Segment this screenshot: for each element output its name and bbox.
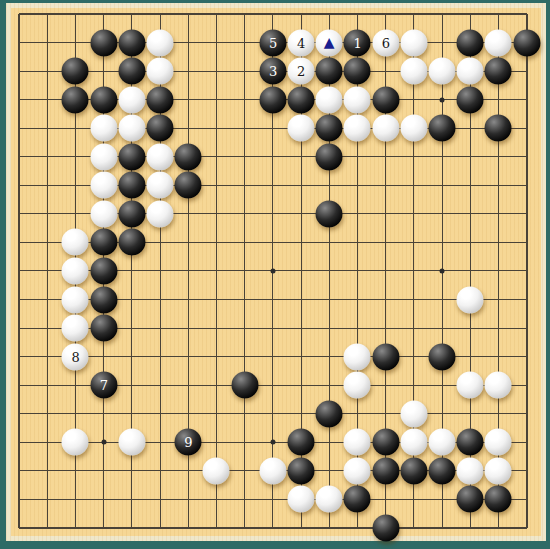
white-stone-12-16 (344, 457, 371, 484)
black-stone-4-7 (118, 200, 145, 227)
white-stone-5-5 (147, 143, 174, 170)
star-point (270, 440, 275, 445)
black-stone-6-6 (175, 172, 202, 199)
white-stone-12-15 (344, 429, 371, 456)
black-stone-17-17 (485, 486, 512, 513)
white-stone-15-2 (429, 58, 456, 85)
white-stone-17-15 (485, 429, 512, 456)
black-stone-4-8 (118, 229, 145, 256)
white-stone-3-5 (90, 143, 117, 170)
go-board[interactable]: 54▲1632879 (6, 3, 546, 541)
black-stone-16-3 (457, 86, 484, 113)
white-stone-12-3 (344, 86, 371, 113)
white-stone-14-2 (400, 58, 427, 85)
white-stone-16-16 (457, 457, 484, 484)
black-stone-15-12 (429, 343, 456, 370)
white-stone-2-15 (62, 429, 89, 456)
black-stone-18-1 (513, 29, 540, 56)
black-stone-13-15 (372, 429, 399, 456)
white-stone-17-16 (485, 457, 512, 484)
white-stone-17-13 (485, 372, 512, 399)
black-stone-5-3 (147, 86, 174, 113)
black-stone-15-4 (429, 115, 456, 142)
black-stone-10-15 (288, 429, 315, 456)
white-stone-5-2 (147, 58, 174, 85)
white-stone-2-11 (62, 315, 89, 342)
white-stone-2-12: 8 (62, 343, 89, 370)
black-stone-16-15 (457, 429, 484, 456)
move-number-label: 1 (354, 36, 362, 49)
white-stone-3-7 (90, 200, 117, 227)
move-number-label: 2 (297, 65, 305, 78)
black-stone-17-2 (485, 58, 512, 85)
black-stone-8-13 (231, 372, 258, 399)
black-stone-13-18 (372, 514, 399, 541)
black-stone-12-1: 1 (344, 29, 371, 56)
white-stone-15-15 (429, 429, 456, 456)
move-number-label: 3 (269, 65, 277, 78)
black-stone-11-5 (316, 143, 343, 170)
white-stone-12-4 (344, 115, 371, 142)
move-number-label: 5 (269, 36, 277, 49)
black-stone-3-10 (90, 286, 117, 313)
white-stone-13-4 (372, 115, 399, 142)
black-stone-3-9 (90, 257, 117, 284)
move-number-label: 9 (184, 436, 192, 449)
white-stone-10-17 (288, 486, 315, 513)
white-stone-16-2 (457, 58, 484, 85)
black-stone-15-16 (429, 457, 456, 484)
go-game-screenshot: 54▲1632879 (0, 0, 550, 549)
white-stone-10-1: 4 (288, 29, 315, 56)
black-stone-13-12 (372, 343, 399, 370)
white-stone-10-4 (288, 115, 315, 142)
grid-line-horizontal (19, 527, 527, 529)
black-stone-3-8 (90, 229, 117, 256)
black-stone-3-13: 7 (90, 372, 117, 399)
black-stone-9-1: 5 (259, 29, 286, 56)
white-stone-11-1: ▲ (316, 29, 343, 56)
white-stone-12-12 (344, 343, 371, 370)
black-stone-2-3 (62, 86, 89, 113)
white-stone-2-8 (62, 229, 89, 256)
white-stone-14-15 (400, 429, 427, 456)
move-number-label: 4 (297, 36, 305, 49)
white-stone-11-3 (316, 86, 343, 113)
black-stone-3-11 (90, 315, 117, 342)
white-stone-10-2: 2 (288, 58, 315, 85)
black-stone-11-4 (316, 115, 343, 142)
white-stone-13-1: 6 (372, 29, 399, 56)
move-number-label: 6 (382, 36, 390, 49)
star-point (270, 268, 275, 273)
white-stone-12-13 (344, 372, 371, 399)
black-stone-11-2 (316, 58, 343, 85)
board-frame: 54▲1632879 (0, 0, 550, 549)
white-stone-5-6 (147, 172, 174, 199)
move-number-label: 8 (72, 350, 80, 363)
white-stone-3-4 (90, 115, 117, 142)
black-stone-11-14 (316, 400, 343, 427)
grid-line-horizontal (19, 413, 527, 414)
black-stone-17-4 (485, 115, 512, 142)
white-stone-16-10 (457, 286, 484, 313)
white-stone-14-4 (400, 115, 427, 142)
black-stone-4-2 (118, 58, 145, 85)
white-stone-5-7 (147, 200, 174, 227)
star-point (440, 268, 445, 273)
white-stone-2-9 (62, 257, 89, 284)
black-stone-9-3 (259, 86, 286, 113)
white-stone-14-14 (400, 400, 427, 427)
black-stone-6-15: 9 (175, 429, 202, 456)
move-number-label: 7 (100, 379, 108, 392)
grid-line-vertical (526, 14, 528, 528)
white-stone-5-1 (147, 29, 174, 56)
black-stone-4-1 (118, 29, 145, 56)
white-stone-7-16 (203, 457, 230, 484)
black-stone-16-17 (457, 486, 484, 513)
black-stone-3-1 (90, 29, 117, 56)
white-stone-16-13 (457, 372, 484, 399)
white-stone-4-3 (118, 86, 145, 113)
black-stone-11-7 (316, 200, 343, 227)
black-stone-4-6 (118, 172, 145, 199)
black-stone-14-16 (400, 457, 427, 484)
black-stone-6-5 (175, 143, 202, 170)
black-stone-12-17 (344, 486, 371, 513)
white-stone-4-4 (118, 115, 145, 142)
black-stone-16-1 (457, 29, 484, 56)
star-point (101, 440, 106, 445)
black-stone-3-3 (90, 86, 117, 113)
black-stone-13-16 (372, 457, 399, 484)
white-stone-9-16 (259, 457, 286, 484)
black-stone-5-4 (147, 115, 174, 142)
black-stone-9-2: 3 (259, 58, 286, 85)
white-stone-4-15 (118, 429, 145, 456)
black-stone-13-3 (372, 86, 399, 113)
star-point (440, 97, 445, 102)
black-stone-4-5 (118, 143, 145, 170)
triangle-marker-icon: ▲ (324, 35, 335, 49)
black-stone-10-16 (288, 457, 315, 484)
black-stone-10-3 (288, 86, 315, 113)
white-stone-2-10 (62, 286, 89, 313)
white-stone-3-6 (90, 172, 117, 199)
white-stone-11-17 (316, 486, 343, 513)
grid-line-horizontal (19, 499, 527, 500)
black-stone-12-2 (344, 58, 371, 85)
black-stone-2-2 (62, 58, 89, 85)
white-stone-14-1 (400, 29, 427, 56)
white-stone-17-1 (485, 29, 512, 56)
